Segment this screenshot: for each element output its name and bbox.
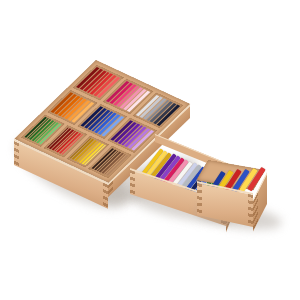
finger-joint <box>197 183 202 216</box>
scene-description: Product photo of three wooden Montessori… <box>0 0 1 1</box>
finger-joint <box>130 170 135 196</box>
finger-joint <box>14 141 19 167</box>
product-photo-scene: Product photo of three wooden Montessori… <box>0 0 300 300</box>
